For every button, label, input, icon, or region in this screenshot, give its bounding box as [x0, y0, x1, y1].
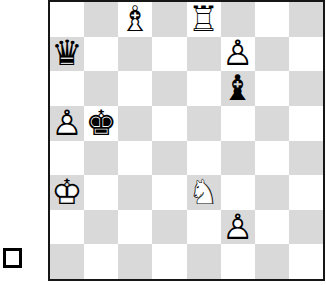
square-a1[interactable]	[50, 244, 84, 279]
white-bishop-glyph: ♗	[118, 2, 152, 37]
black-bishop-glyph: ♝	[221, 71, 255, 106]
square-c6[interactable]	[118, 71, 152, 106]
square-b2[interactable]	[84, 210, 118, 245]
square-h5[interactable]	[289, 106, 323, 141]
square-b1[interactable]	[84, 244, 118, 279]
square-f5[interactable]	[221, 106, 255, 141]
square-a5[interactable]: ♟♙	[50, 106, 84, 141]
chess-board: ♝♗♜♖♛♟♙♝♟♙♚♚♔♞♘♟♙	[48, 0, 325, 281]
square-e7[interactable]	[187, 37, 221, 72]
white-pawn: ♟♙	[221, 37, 255, 72]
square-d1[interactable]	[152, 244, 186, 279]
square-g2[interactable]	[255, 210, 289, 245]
square-b4[interactable]	[84, 141, 118, 176]
square-b7[interactable]	[84, 37, 118, 72]
black-queen: ♛	[50, 37, 84, 72]
square-h2[interactable]	[289, 210, 323, 245]
square-h7[interactable]	[289, 37, 323, 72]
white-pawn-glyph: ♙	[50, 106, 84, 141]
white-pawn: ♟♙	[50, 106, 84, 141]
square-d2[interactable]	[152, 210, 186, 245]
square-f4[interactable]	[221, 141, 255, 176]
square-f8[interactable]	[221, 2, 255, 37]
square-f1[interactable]	[221, 244, 255, 279]
black-king: ♚	[84, 106, 118, 141]
side-to-move-indicator	[3, 248, 22, 268]
white-knight: ♞♘	[187, 175, 221, 210]
white-bishop: ♝♗	[118, 2, 152, 37]
square-g4[interactable]	[255, 141, 289, 176]
white-pawn-glyph: ♙	[221, 37, 255, 72]
square-e3[interactable]: ♞♘	[187, 175, 221, 210]
square-b5[interactable]: ♚	[84, 106, 118, 141]
square-d8[interactable]	[152, 2, 186, 37]
white-knight-glyph: ♘	[187, 175, 221, 210]
square-h4[interactable]	[289, 141, 323, 176]
square-g1[interactable]	[255, 244, 289, 279]
square-e5[interactable]	[187, 106, 221, 141]
square-f6[interactable]: ♝	[221, 71, 255, 106]
square-g7[interactable]	[255, 37, 289, 72]
square-g5[interactable]	[255, 106, 289, 141]
square-c2[interactable]	[118, 210, 152, 245]
square-h3[interactable]	[289, 175, 323, 210]
square-g6[interactable]	[255, 71, 289, 106]
square-h8[interactable]	[289, 2, 323, 37]
square-g8[interactable]	[255, 2, 289, 37]
square-f7[interactable]: ♟♙	[221, 37, 255, 72]
black-bishop: ♝	[221, 71, 255, 106]
square-d6[interactable]	[152, 71, 186, 106]
square-a3[interactable]: ♚♔	[50, 175, 84, 210]
square-c4[interactable]	[118, 141, 152, 176]
square-d3[interactable]	[152, 175, 186, 210]
white-king: ♚♔	[50, 175, 84, 210]
square-d4[interactable]	[152, 141, 186, 176]
square-d7[interactable]	[152, 37, 186, 72]
square-a4[interactable]	[50, 141, 84, 176]
square-c7[interactable]	[118, 37, 152, 72]
black-queen-glyph: ♛	[50, 37, 84, 72]
square-b8[interactable]	[84, 2, 118, 37]
white-rook-glyph: ♖	[187, 2, 221, 37]
square-b3[interactable]	[84, 175, 118, 210]
white-pawn: ♟♙	[221, 210, 255, 245]
square-a6[interactable]	[50, 71, 84, 106]
square-e4[interactable]	[187, 141, 221, 176]
square-f3[interactable]	[221, 175, 255, 210]
square-c3[interactable]	[118, 175, 152, 210]
square-a8[interactable]	[50, 2, 84, 37]
square-g3[interactable]	[255, 175, 289, 210]
square-e6[interactable]	[187, 71, 221, 106]
square-e1[interactable]	[187, 244, 221, 279]
square-a2[interactable]	[50, 210, 84, 245]
white-pawn-glyph: ♙	[221, 210, 255, 245]
square-h1[interactable]	[289, 244, 323, 279]
square-a7[interactable]: ♛	[50, 37, 84, 72]
square-c1[interactable]	[118, 244, 152, 279]
square-b6[interactable]	[84, 71, 118, 106]
square-d5[interactable]	[152, 106, 186, 141]
white-rook: ♜♖	[187, 2, 221, 37]
square-f2[interactable]: ♟♙	[221, 210, 255, 245]
square-c8[interactable]: ♝♗	[118, 2, 152, 37]
black-king-glyph: ♚	[84, 106, 118, 141]
square-e8[interactable]: ♜♖	[187, 2, 221, 37]
square-h6[interactable]	[289, 71, 323, 106]
chess-diagram: ♝♗♜♖♛♟♙♝♟♙♚♚♔♞♘♟♙	[0, 0, 326, 285]
square-c5[interactable]	[118, 106, 152, 141]
square-e2[interactable]	[187, 210, 221, 245]
white-king-glyph: ♔	[50, 175, 84, 210]
